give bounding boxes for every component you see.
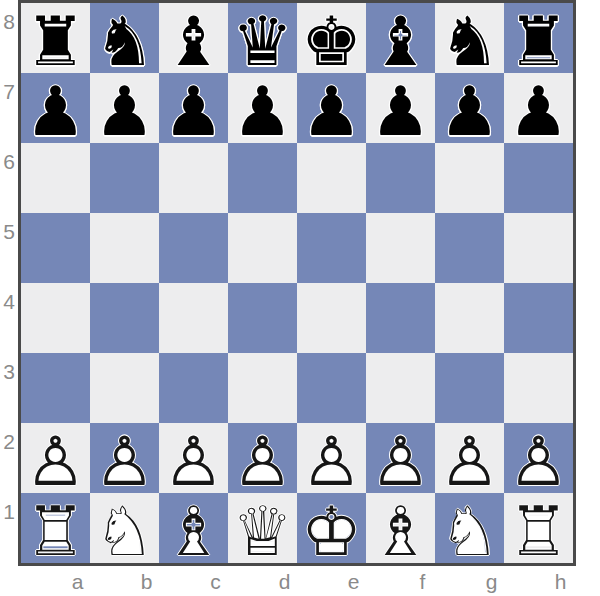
square-h8[interactable]: ♜♜ (504, 3, 573, 73)
square-f6[interactable] (366, 143, 435, 213)
square-d6[interactable] (228, 143, 297, 213)
piece-glyph: ♘ (94, 498, 155, 566)
file-label-g: g (486, 571, 498, 592)
file-label-d: d (279, 571, 291, 592)
piece-black-knight[interactable]: ♞♞ (435, 3, 504, 73)
piece-backing-glyph: ♟ (232, 78, 293, 146)
piece-backing-glyph: ♜ (25, 8, 86, 76)
piece-backing-glyph: ♜ (508, 8, 569, 76)
file-label-cell: f (366, 571, 435, 592)
square-c5[interactable] (159, 213, 228, 283)
piece-black-rook[interactable]: ♜♜ (504, 3, 573, 73)
rank-label-cell: 7 (0, 73, 18, 143)
chess-board: ♜♜♞♞♝♝♛♛♚♚♝♝♞♞♜♜♟♟♟♟♟♟♟♟♟♟♟♟♟♟♟♟♟♙♟♙♟♙♟♙… (18, 0, 576, 566)
piece-black-pawn[interactable]: ♟♟ (159, 73, 228, 143)
square-b8[interactable]: ♞♞ (90, 3, 159, 73)
piece-white-knight[interactable]: ♞♘ (90, 493, 159, 563)
piece-backing-glyph: ♟ (232, 428, 293, 496)
piece-glyph: ♜ (25, 8, 86, 76)
square-e6[interactable] (297, 143, 366, 213)
piece-white-pawn[interactable]: ♟♙ (366, 423, 435, 493)
square-g5[interactable] (435, 213, 504, 283)
piece-backing-glyph: ♞ (94, 8, 155, 76)
piece-white-pawn[interactable]: ♟♙ (159, 423, 228, 493)
square-e4[interactable] (297, 283, 366, 353)
rank-label-cell: 5 (0, 213, 18, 283)
rank-label-5: 5 (3, 221, 15, 242)
square-a6[interactable] (21, 143, 90, 213)
piece-backing-glyph: ♟ (25, 428, 86, 496)
square-e3[interactable] (297, 353, 366, 423)
piece-black-bishop[interactable]: ♝♝ (366, 3, 435, 73)
piece-white-pawn[interactable]: ♟♙ (21, 423, 90, 493)
board-grid: ♜♜♞♞♝♝♛♛♚♚♝♝♞♞♜♜♟♟♟♟♟♟♟♟♟♟♟♟♟♟♟♟♟♙♟♙♟♙♟♙… (21, 3, 573, 563)
piece-glyph: ♛ (232, 8, 293, 76)
piece-glyph: ♟ (94, 78, 155, 146)
file-label-c: c (210, 571, 221, 592)
chess-app-window: 87654321 ♜♜♞♞♝♝♛♛♚♚♝♝♞♞♜♜♟♟♟♟♟♟♟♟♟♟♟♟♟♟♟… (0, 0, 600, 596)
piece-backing-glyph: ♞ (439, 498, 500, 566)
piece-glyph: ♖ (508, 498, 569, 566)
file-label-cell: h (504, 571, 573, 592)
piece-backing-glyph: ♟ (301, 428, 362, 496)
square-d4[interactable] (228, 283, 297, 353)
square-d1[interactable]: ♛♕ (228, 493, 297, 563)
square-f3[interactable] (366, 353, 435, 423)
piece-white-bishop[interactable]: ♝♗ (366, 493, 435, 563)
square-c3[interactable] (159, 353, 228, 423)
piece-black-pawn[interactable]: ♟♟ (228, 73, 297, 143)
square-b2[interactable]: ♟♙ (90, 423, 159, 493)
square-f4[interactable] (366, 283, 435, 353)
piece-backing-glyph: ♝ (370, 8, 431, 76)
piece-glyph: ♟ (439, 78, 500, 146)
square-b3[interactable] (90, 353, 159, 423)
square-g7[interactable]: ♟♟ (435, 73, 504, 143)
piece-glyph: ♞ (439, 8, 500, 76)
square-e5[interactable] (297, 213, 366, 283)
file-label-cell: d (228, 571, 297, 592)
piece-black-pawn[interactable]: ♟♟ (435, 73, 504, 143)
piece-glyph: ♙ (94, 428, 155, 496)
piece-backing-glyph: ♝ (163, 8, 224, 76)
piece-backing-glyph: ♞ (94, 498, 155, 566)
piece-glyph: ♟ (508, 78, 569, 146)
rank-label-cell: 8 (0, 3, 18, 73)
piece-black-pawn[interactable]: ♟♟ (21, 73, 90, 143)
file-label-cell: c (159, 571, 228, 592)
square-c7[interactable]: ♟♟ (159, 73, 228, 143)
file-label-cell: e (297, 571, 366, 592)
piece-white-king[interactable]: ♚♔ (297, 493, 366, 563)
rank-label-7: 7 (3, 81, 15, 102)
piece-glyph: ♖ (25, 498, 86, 566)
piece-glyph: ♟ (232, 78, 293, 146)
piece-white-pawn[interactable]: ♟♙ (228, 423, 297, 493)
rank-label-cell: 1 (0, 493, 18, 563)
square-c6[interactable] (159, 143, 228, 213)
piece-backing-glyph: ♟ (25, 78, 86, 146)
piece-backing-glyph: ♝ (370, 498, 431, 566)
square-f5[interactable] (366, 213, 435, 283)
piece-glyph: ♞ (94, 8, 155, 76)
piece-backing-glyph: ♟ (508, 428, 569, 496)
piece-black-knight[interactable]: ♞♞ (90, 3, 159, 73)
square-a7[interactable]: ♟♟ (21, 73, 90, 143)
piece-backing-glyph: ♚ (301, 8, 362, 76)
board-area: 87654321 ♜♜♞♞♝♝♛♛♚♚♝♝♞♞♜♜♟♟♟♟♟♟♟♟♟♟♟♟♟♟♟… (0, 0, 600, 566)
piece-glyph: ♙ (25, 428, 86, 496)
piece-glyph: ♔ (301, 498, 362, 566)
piece-backing-glyph: ♟ (94, 428, 155, 496)
rank-label-cell: 6 (0, 143, 18, 213)
square-h6[interactable] (504, 143, 573, 213)
piece-black-bishop[interactable]: ♝♝ (159, 3, 228, 73)
square-a8[interactable]: ♜♜ (21, 3, 90, 73)
piece-backing-glyph: ♚ (301, 498, 362, 566)
piece-white-rook[interactable]: ♜♖ (21, 493, 90, 563)
square-d5[interactable] (228, 213, 297, 283)
rank-label-cell: 4 (0, 283, 18, 353)
piece-backing-glyph: ♟ (370, 428, 431, 496)
rank-labels: 87654321 (0, 0, 18, 563)
square-g1[interactable]: ♞♘ (435, 493, 504, 563)
piece-backing-glyph: ♟ (163, 78, 224, 146)
square-e8[interactable]: ♚♚ (297, 3, 366, 73)
piece-glyph: ♟ (163, 78, 224, 146)
piece-glyph: ♟ (301, 78, 362, 146)
piece-backing-glyph: ♟ (439, 78, 500, 146)
piece-glyph: ♙ (232, 428, 293, 496)
square-g2[interactable]: ♟♙ (435, 423, 504, 493)
square-g4[interactable] (435, 283, 504, 353)
piece-glyph: ♕ (232, 498, 293, 566)
piece-black-pawn[interactable]: ♟♟ (90, 73, 159, 143)
piece-black-pawn[interactable]: ♟♟ (366, 73, 435, 143)
piece-backing-glyph: ♟ (163, 428, 224, 496)
file-label-cell: a (21, 571, 90, 592)
square-h4[interactable] (504, 283, 573, 353)
piece-glyph: ♝ (163, 8, 224, 76)
piece-backing-glyph: ♟ (370, 78, 431, 146)
square-e1[interactable]: ♚♔ (297, 493, 366, 563)
rank-label-cell: 3 (0, 353, 18, 423)
square-b5[interactable] (90, 213, 159, 283)
piece-glyph: ♝ (370, 8, 431, 76)
rank-label-1: 1 (3, 501, 15, 522)
square-f8[interactable]: ♝♝ (366, 3, 435, 73)
square-g3[interactable] (435, 353, 504, 423)
square-d2[interactable]: ♟♙ (228, 423, 297, 493)
file-labels: abcdefgh (21, 566, 573, 596)
file-label-f: f (420, 571, 426, 592)
piece-glyph: ♗ (370, 498, 431, 566)
piece-glyph: ♙ (439, 428, 500, 496)
square-b6[interactable] (90, 143, 159, 213)
square-b7[interactable]: ♟♟ (90, 73, 159, 143)
piece-backing-glyph: ♞ (439, 8, 500, 76)
piece-black-queen[interactable]: ♛♛ (228, 3, 297, 73)
file-label-a: a (72, 571, 84, 592)
file-label-b: b (141, 571, 153, 592)
piece-white-pawn[interactable]: ♟♙ (297, 423, 366, 493)
piece-backing-glyph: ♝ (163, 498, 224, 566)
square-b1[interactable]: ♞♘ (90, 493, 159, 563)
piece-black-rook[interactable]: ♜♜ (21, 3, 90, 73)
square-h1[interactable]: ♜♖ (504, 493, 573, 563)
piece-white-pawn[interactable]: ♟♙ (90, 423, 159, 493)
square-g8[interactable]: ♞♞ (435, 3, 504, 73)
rank-label-2: 2 (3, 431, 15, 452)
piece-backing-glyph: ♛ (232, 498, 293, 566)
piece-white-bishop[interactable]: ♝♗ (159, 493, 228, 563)
piece-backing-glyph: ♟ (301, 78, 362, 146)
piece-white-queen[interactable]: ♛♕ (228, 493, 297, 563)
file-label-e: e (348, 571, 360, 592)
square-a2[interactable]: ♟♙ (21, 423, 90, 493)
piece-backing-glyph: ♛ (232, 8, 293, 76)
piece-backing-glyph: ♟ (439, 428, 500, 496)
rank-label-6: 6 (3, 151, 15, 172)
piece-glyph: ♙ (301, 428, 362, 496)
file-label-h: h (555, 571, 567, 592)
piece-white-pawn[interactable]: ♟♙ (435, 423, 504, 493)
rank-label-3: 3 (3, 361, 15, 382)
square-f1[interactable]: ♝♗ (366, 493, 435, 563)
piece-backing-glyph: ♟ (94, 78, 155, 146)
square-d7[interactable]: ♟♟ (228, 73, 297, 143)
square-h3[interactable] (504, 353, 573, 423)
rank-label-cell: 2 (0, 423, 18, 493)
piece-white-rook[interactable]: ♜♖ (504, 493, 573, 563)
piece-glyph: ♜ (508, 8, 569, 76)
square-c2[interactable]: ♟♙ (159, 423, 228, 493)
square-f7[interactable]: ♟♟ (366, 73, 435, 143)
piece-white-knight[interactable]: ♞♘ (435, 493, 504, 563)
square-c4[interactable] (159, 283, 228, 353)
piece-glyph: ♙ (508, 428, 569, 496)
piece-white-pawn[interactable]: ♟♙ (504, 423, 573, 493)
square-h2[interactable]: ♟♙ (504, 423, 573, 493)
square-b4[interactable] (90, 283, 159, 353)
piece-black-pawn[interactable]: ♟♟ (504, 73, 573, 143)
square-e7[interactable]: ♟♟ (297, 73, 366, 143)
square-e2[interactable]: ♟♙ (297, 423, 366, 493)
square-a3[interactable] (21, 353, 90, 423)
rank-label-8: 8 (3, 11, 15, 32)
square-c1[interactable]: ♝♗ (159, 493, 228, 563)
piece-glyph: ♙ (163, 428, 224, 496)
piece-backing-glyph: ♟ (508, 78, 569, 146)
square-c8[interactable]: ♝♝ (159, 3, 228, 73)
rank-label-4: 4 (3, 291, 15, 312)
file-label-cell: b (90, 571, 159, 592)
piece-glyph: ♟ (370, 78, 431, 146)
square-g6[interactable] (435, 143, 504, 213)
piece-glyph: ♟ (25, 78, 86, 146)
square-h7[interactable]: ♟♟ (504, 73, 573, 143)
square-a1[interactable]: ♜♖ (21, 493, 90, 563)
piece-black-king[interactable]: ♚♚ (297, 3, 366, 73)
square-d8[interactable]: ♛♛ (228, 3, 297, 73)
piece-backing-glyph: ♜ (508, 498, 569, 566)
square-a5[interactable] (21, 213, 90, 283)
square-d3[interactable] (228, 353, 297, 423)
piece-glyph: ♙ (370, 428, 431, 496)
file-label-cell: g (435, 571, 504, 592)
piece-glyph: ♗ (163, 498, 224, 566)
piece-backing-glyph: ♜ (25, 498, 86, 566)
piece-black-pawn[interactable]: ♟♟ (297, 73, 366, 143)
piece-glyph: ♘ (439, 498, 500, 566)
square-h5[interactable] (504, 213, 573, 283)
square-a4[interactable] (21, 283, 90, 353)
piece-glyph: ♚ (301, 8, 362, 76)
square-f2[interactable]: ♟♙ (366, 423, 435, 493)
